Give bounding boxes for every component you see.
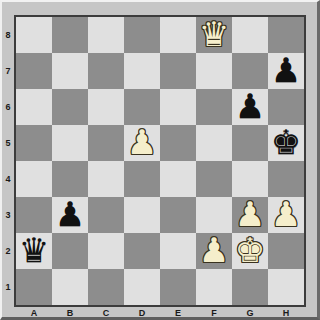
rank-label-4: 4 (2, 161, 14, 197)
square-c5[interactable] (88, 125, 124, 161)
chess-board: ♛♟♟♟♚♟♟♟♛♟♚ (14, 15, 306, 307)
square-e8[interactable] (160, 17, 196, 53)
square-e1[interactable] (160, 269, 196, 305)
square-e7[interactable] (160, 53, 196, 89)
rank-label-3: 3 (2, 197, 14, 233)
rank-label-8: 8 (2, 17, 14, 53)
square-b5[interactable] (52, 125, 88, 161)
square-a4[interactable] (16, 161, 52, 197)
file-label-f: F (196, 307, 232, 319)
square-f2[interactable]: ♟ (196, 233, 232, 269)
rank-labels: 87654321 (2, 17, 14, 305)
file-label-d: D (124, 307, 160, 319)
file-label-h: H (268, 307, 304, 319)
square-g6[interactable]: ♟ (232, 89, 268, 125)
square-b6[interactable] (52, 89, 88, 125)
square-f3[interactable] (196, 197, 232, 233)
square-a2[interactable]: ♛ (16, 233, 52, 269)
square-c4[interactable] (88, 161, 124, 197)
piece-black-king[interactable]: ♚ (271, 124, 301, 160)
file-label-b: B (52, 307, 88, 319)
square-e3[interactable] (160, 197, 196, 233)
file-label-e: E (160, 307, 196, 319)
square-e6[interactable] (160, 89, 196, 125)
square-f8[interactable]: ♛ (196, 17, 232, 53)
square-c3[interactable] (88, 197, 124, 233)
rank-label-2: 2 (2, 233, 14, 269)
square-g8[interactable] (232, 17, 268, 53)
square-c1[interactable] (88, 269, 124, 305)
square-d1[interactable] (124, 269, 160, 305)
square-d4[interactable] (124, 161, 160, 197)
square-b1[interactable] (52, 269, 88, 305)
square-f1[interactable] (196, 269, 232, 305)
square-a8[interactable] (16, 17, 52, 53)
piece-white-pawn[interactable]: ♟ (199, 232, 229, 268)
piece-white-pawn[interactable]: ♟ (271, 196, 301, 232)
chessboard-window: 87654321 ♛♟♟♟♚♟♟♟♛♟♚ ABCDEFGH (0, 0, 320, 320)
square-g2[interactable]: ♚ (232, 233, 268, 269)
square-a7[interactable] (16, 53, 52, 89)
piece-white-pawn[interactable]: ♟ (235, 196, 265, 232)
square-g1[interactable] (232, 269, 268, 305)
square-b7[interactable] (52, 53, 88, 89)
square-b3[interactable]: ♟ (52, 197, 88, 233)
file-label-c: C (88, 307, 124, 319)
square-h4[interactable] (268, 161, 304, 197)
square-f6[interactable] (196, 89, 232, 125)
square-f5[interactable] (196, 125, 232, 161)
square-g3[interactable]: ♟ (232, 197, 268, 233)
piece-black-queen[interactable]: ♛ (19, 232, 49, 268)
square-d8[interactable] (124, 17, 160, 53)
square-h3[interactable]: ♟ (268, 197, 304, 233)
piece-black-pawn[interactable]: ♟ (235, 88, 265, 124)
square-e5[interactable] (160, 125, 196, 161)
piece-black-pawn[interactable]: ♟ (271, 52, 301, 88)
square-b4[interactable] (52, 161, 88, 197)
rank-label-7: 7 (2, 53, 14, 89)
rank-label-5: 5 (2, 125, 14, 161)
square-b2[interactable] (52, 233, 88, 269)
square-g5[interactable] (232, 125, 268, 161)
square-g7[interactable] (232, 53, 268, 89)
square-h2[interactable] (268, 233, 304, 269)
square-c8[interactable] (88, 17, 124, 53)
file-label-g: G (232, 307, 268, 319)
square-e4[interactable] (160, 161, 196, 197)
square-h1[interactable] (268, 269, 304, 305)
square-a1[interactable] (16, 269, 52, 305)
file-labels: ABCDEFGH (16, 307, 304, 319)
rank-label-1: 1 (2, 269, 14, 305)
square-c6[interactable] (88, 89, 124, 125)
square-b8[interactable] (52, 17, 88, 53)
square-a6[interactable] (16, 89, 52, 125)
piece-black-pawn[interactable]: ♟ (55, 196, 85, 232)
square-h6[interactable] (268, 89, 304, 125)
square-c2[interactable] (88, 233, 124, 269)
square-d5[interactable]: ♟ (124, 125, 160, 161)
square-a3[interactable] (16, 197, 52, 233)
square-f7[interactable] (196, 53, 232, 89)
square-d2[interactable] (124, 233, 160, 269)
square-h8[interactable] (268, 17, 304, 53)
square-a5[interactable] (16, 125, 52, 161)
square-h5[interactable]: ♚ (268, 125, 304, 161)
square-d6[interactable] (124, 89, 160, 125)
piece-white-king[interactable]: ♚ (235, 232, 265, 268)
square-d3[interactable] (124, 197, 160, 233)
piece-white-pawn[interactable]: ♟ (127, 124, 157, 160)
square-h7[interactable]: ♟ (268, 53, 304, 89)
piece-white-queen[interactable]: ♛ (199, 16, 229, 52)
square-c7[interactable] (88, 53, 124, 89)
square-g4[interactable] (232, 161, 268, 197)
rank-label-6: 6 (2, 89, 14, 125)
square-e2[interactable] (160, 233, 196, 269)
square-d7[interactable] (124, 53, 160, 89)
file-label-a: A (16, 307, 52, 319)
square-f4[interactable] (196, 161, 232, 197)
